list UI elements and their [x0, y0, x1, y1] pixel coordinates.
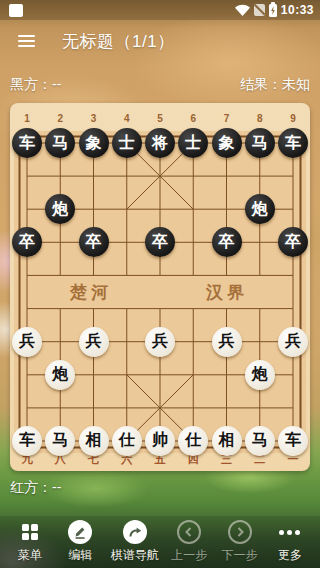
toolbar-label: 编辑: [68, 547, 92, 564]
toolbar-item-menu-grid[interactable]: 菜单: [10, 520, 50, 564]
piece-red-r9c2[interactable]: 相: [79, 426, 109, 456]
piece-black-r3c2[interactable]: 卒: [79, 227, 109, 257]
toolbar-item-chevron-right: 下一步: [220, 520, 260, 564]
file-number-top: 8: [257, 113, 263, 124]
file-number-top: 9: [290, 113, 296, 124]
piece-black-r0c0[interactable]: 车: [12, 128, 42, 158]
page-title: 无标题（1/1）: [62, 30, 175, 53]
river-text-right: 汉界: [206, 281, 248, 304]
toolbar-label: 下一步: [222, 547, 258, 564]
red-player-label: 红方：--: [10, 479, 61, 497]
wifi-icon: [235, 4, 250, 16]
menu-grid-icon: [22, 520, 38, 544]
toolbar-label: 棋谱导航: [111, 547, 159, 564]
piece-red-r6c2[interactable]: 兵: [79, 327, 109, 357]
more-dots-icon: [279, 520, 300, 544]
piece-red-r9c4[interactable]: 帅: [145, 426, 175, 456]
clock-text: 10:33: [281, 3, 314, 17]
piece-red-r9c6[interactable]: 相: [212, 426, 242, 456]
title-bar: 无标题（1/1）: [0, 24, 320, 58]
file-number-top: 5: [157, 113, 163, 124]
toolbar-label: 更多: [278, 547, 302, 564]
chevron-right-icon: [228, 520, 252, 544]
piece-red-r9c3[interactable]: 仕: [112, 426, 142, 456]
notification-icon: [9, 4, 23, 17]
river-band: 楚河 汉界: [10, 275, 310, 309]
status-bar: 10:33: [0, 0, 320, 20]
piece-red-r9c7[interactable]: 马: [245, 426, 275, 456]
file-number-top: 3: [91, 113, 97, 124]
app-screen: 10:33 无标题（1/1） 黑方：-- 结果：未知: [0, 0, 320, 568]
piece-black-r0c3[interactable]: 士: [112, 128, 142, 158]
toolbar-item-edit-pencil[interactable]: 编辑: [60, 520, 100, 564]
edit-pencil-icon: [68, 520, 92, 544]
piece-black-r0c8[interactable]: 车: [278, 128, 308, 158]
bottom-toolbar: 菜单编辑棋谱导航上一步下一步更多: [0, 516, 320, 568]
river-text-left: 楚河: [70, 281, 112, 304]
piece-black-r0c2[interactable]: 象: [79, 128, 109, 158]
redo-arrow-icon: [123, 520, 147, 544]
toolbar-label: 上一步: [171, 547, 207, 564]
file-number-top: 6: [190, 113, 196, 124]
toolbar-item-chevron-left: 上一步: [169, 520, 209, 564]
no-sim-icon: [254, 4, 265, 16]
piece-black-r0c6[interactable]: 象: [212, 128, 242, 158]
piece-red-r7c7[interactable]: 炮: [245, 360, 275, 390]
piece-black-r3c6[interactable]: 卒: [212, 227, 242, 257]
file-number-top: 4: [124, 113, 130, 124]
piece-red-r6c4[interactable]: 兵: [145, 327, 175, 357]
toolbar-label: 菜单: [18, 547, 42, 564]
info-bar: 黑方：-- 结果：未知: [0, 76, 320, 94]
black-player-label: 黑方：--: [10, 76, 61, 94]
battery-charging-icon: [269, 4, 277, 17]
file-number-top: 7: [224, 113, 230, 124]
piece-black-r0c7[interactable]: 马: [245, 128, 275, 158]
piece-red-r9c8[interactable]: 车: [278, 426, 308, 456]
chevron-left-icon: [177, 520, 201, 544]
piece-black-r2c7[interactable]: 炮: [245, 194, 275, 224]
piece-red-r6c8[interactable]: 兵: [278, 327, 308, 357]
piece-red-r6c0[interactable]: 兵: [12, 327, 42, 357]
xiangqi-board[interactable]: 楚河 汉界 123456789九八七六五四三二一 车马象士将士象马车炮炮卒卒卒卒…: [10, 103, 310, 471]
toolbar-item-redo-arrow[interactable]: 棋谱导航: [111, 520, 159, 564]
piece-red-r7c1[interactable]: 炮: [45, 360, 75, 390]
hamburger-icon[interactable]: [18, 35, 35, 47]
file-number-top: 2: [57, 113, 63, 124]
file-number-top: 1: [24, 113, 30, 124]
piece-red-r6c6[interactable]: 兵: [212, 327, 242, 357]
piece-red-r9c0[interactable]: 车: [12, 426, 42, 456]
result-label: 结果：未知: [240, 76, 310, 94]
piece-black-r0c4[interactable]: 将: [145, 128, 175, 158]
toolbar-item-more-dots[interactable]: 更多: [270, 520, 310, 564]
